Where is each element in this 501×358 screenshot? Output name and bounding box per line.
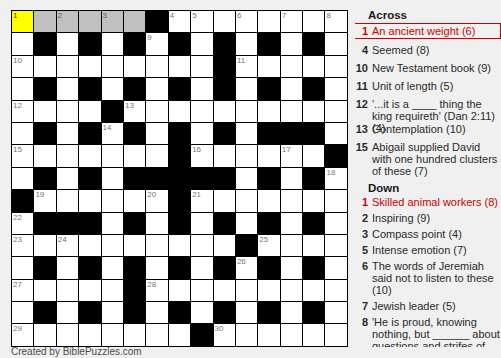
grid-cell[interactable] [124,235,145,256]
grid-cell[interactable] [325,190,346,211]
block-cell [258,168,279,189]
grid-cell[interactable] [146,101,167,122]
block-cell [34,168,55,189]
grid-cell[interactable] [325,324,346,345]
grid-cell[interactable] [214,145,235,166]
block-cell [236,235,257,256]
grid-cell[interactable] [57,123,78,144]
grid-cell[interactable] [34,56,55,77]
grid-cell[interactable] [34,280,55,301]
grid-cell[interactable] [258,56,279,77]
clue-text: An ancient weight (6) [372,25,498,37]
grid-cell[interactable] [57,190,78,211]
grid-cell[interactable] [57,324,78,345]
grid-cell[interactable] [102,190,123,211]
across-clue-10[interactable]: 10New Testament book (9) [355,62,501,74]
block-cell [169,168,190,189]
block-cell [34,302,55,323]
clue-number-label: 1 [355,25,372,37]
clue-number-label: 6 [355,260,372,272]
block-cell [124,168,145,189]
grid-cell[interactable]: 23 [12,235,33,256]
grid-cell[interactable]: 17 [281,145,302,166]
grid-cell[interactable]: 10 [12,56,33,77]
grid-cell[interactable]: 6 [236,11,257,32]
grid-cell[interactable]: 11 [236,56,257,77]
block-cell [169,123,190,144]
cell-number: 15 [13,145,22,154]
grid-cell[interactable] [12,78,33,99]
down-clue-6[interactable]: 6The words of Jeremiah said not to liste… [355,260,501,296]
grid-cell[interactable] [57,78,78,99]
grid-cell[interactable] [79,235,100,256]
grid-cell[interactable] [325,33,346,54]
grid-cell[interactable] [214,11,235,32]
grid-cell[interactable] [236,190,257,211]
grid-cell[interactable]: 24 [57,235,78,256]
block-cell [258,257,279,278]
block-cell [214,123,235,144]
cell-number: 5 [192,11,196,20]
grid-cell[interactable] [102,280,123,301]
grid-cell[interactable]: 9 [146,33,167,54]
grid-cell[interactable] [325,235,346,256]
grid-cell[interactable] [146,213,167,234]
block-cell [169,33,190,54]
grid-cell[interactable] [303,56,324,77]
grid-cell[interactable]: 22 [12,213,33,234]
cell-number: 25 [259,235,268,244]
grid-cell[interactable] [12,302,33,323]
block-cell [303,33,324,54]
grid-cell[interactable] [281,280,302,301]
grid-cell[interactable] [191,78,212,99]
grid-cell[interactable] [79,11,100,32]
block-cell [146,11,167,32]
block-cell [34,78,55,99]
grid-cell[interactable]: 4 [169,11,190,32]
cell-number: 21 [192,190,201,199]
grid-cell[interactable] [57,257,78,278]
grid-cell[interactable] [124,56,145,77]
grid-cell[interactable] [57,101,78,122]
clue-number-label: 7 [355,300,372,312]
grid-cell[interactable] [258,190,279,211]
block-cell [191,168,212,189]
block-cell [214,78,235,99]
grid-cell[interactable] [191,213,212,234]
cell-number: 23 [13,235,22,244]
block-cell [79,168,100,189]
grid-cell[interactable] [191,280,212,301]
grid-cell[interactable] [169,280,190,301]
cell-number: 6 [237,11,241,20]
block-cell [124,78,145,99]
cell-number: 12 [13,101,22,110]
block-cell [146,168,167,189]
grid-cell[interactable] [214,190,235,211]
grid-cell[interactable] [124,11,145,32]
grid-cell[interactable] [102,78,123,99]
grid-cell[interactable]: 15 [12,145,33,166]
grid-cell[interactable] [34,101,55,122]
block-cell [124,213,145,234]
grid-cell[interactable] [146,257,167,278]
block-cell [124,123,145,144]
grid-cell[interactable] [236,101,257,122]
grid-cell[interactable] [57,302,78,323]
grid-cell[interactable] [169,101,190,122]
grid-cell[interactable] [191,257,212,278]
grid-cell[interactable]: 29 [12,324,33,345]
grid-cell[interactable]: 19 [34,190,55,211]
grid-cell[interactable] [236,213,257,234]
block-cell [79,33,100,54]
block-cell [325,145,346,166]
across-clue-4[interactable]: 4Seemed (8) [355,44,501,56]
cell-number: 7 [282,11,286,20]
down-header: Down [368,183,501,194]
cell-number: 8 [326,11,330,20]
grid-cell[interactable] [146,145,167,166]
cell-number: 13 [125,101,134,110]
block-cell [34,123,55,144]
clue-number-label: 8 [355,316,372,328]
across-clue-11[interactable]: 11Unit of length (5) [355,80,501,92]
block-cell [303,213,324,234]
grid-cell[interactable] [258,324,279,345]
grid-cell[interactable] [102,302,123,323]
block-cell [169,190,190,211]
grid-cell[interactable] [169,56,190,77]
grid-cell[interactable] [102,56,123,77]
cell-number: 22 [13,213,22,222]
block-cell [258,302,279,323]
grid-cell[interactable] [325,213,346,234]
grid-cell[interactable] [12,168,33,189]
grid-cell[interactable] [258,145,279,166]
grid-cell[interactable]: 2 [57,11,78,32]
cell-number: 11 [237,56,245,65]
block-cell [79,213,100,234]
block-cell [303,168,324,189]
down-clue-8[interactable]: 8'He is proud, knowing nothing, but ____… [355,316,501,347]
block-cell [258,33,279,54]
grid-cell[interactable] [79,56,100,77]
grid-cell[interactable] [79,101,100,122]
clue-text: Jewish leader (5) [372,300,501,312]
block-cell [57,213,78,234]
grid-cell[interactable] [258,280,279,301]
across-section: Across 1An ancient weight (6)4Seemed (8)… [355,10,501,177]
grid-cell[interactable]: 5 [191,11,212,32]
grid-cell[interactable] [191,101,212,122]
cell-number: 27 [13,280,22,289]
grid-cell[interactable] [281,168,302,189]
grid-cell[interactable] [191,123,212,144]
block-cell [102,101,123,122]
block-cell [169,213,190,234]
grid-cell[interactable] [57,280,78,301]
block-cell [214,257,235,278]
grid-cell[interactable] [236,33,257,54]
cell-number: 19 [35,190,44,199]
grid-cell[interactable] [34,145,55,166]
block-cell [258,123,279,144]
cell-number: 18 [326,168,335,177]
grid-cell[interactable]: 12 [12,101,33,122]
grid-cell[interactable] [191,56,212,77]
grid-cell[interactable] [303,235,324,256]
block-cell [258,78,279,99]
grid-cell[interactable] [12,257,33,278]
block-cell [79,257,100,278]
grid-cell[interactable] [281,302,302,323]
across-clue-13[interactable]: 13Contemplation (10) [355,123,501,135]
grid-cell[interactable]: 25 [258,235,279,256]
block-cell [191,324,212,345]
clue-text: The words of Jeremiah said not to listen… [372,260,501,296]
block-cell [34,257,55,278]
grid-cell[interactable] [258,101,279,122]
grid-cell[interactable] [57,33,78,54]
grid-cell[interactable] [303,145,324,166]
grid-cell[interactable] [102,235,123,256]
grid-cell[interactable]: 28 [146,280,167,301]
grid-cell[interactable] [79,324,100,345]
down-clue-5[interactable]: 5Intense emotion (7) [355,244,501,256]
grid-cell[interactable]: 14 [102,123,123,144]
grid-cell[interactable] [57,145,78,166]
grid-cell[interactable] [236,123,257,144]
cell-number: 16 [192,145,201,154]
clue-number-label: 15 [355,141,372,153]
grid-cell[interactable] [325,101,346,122]
clue-number-label: 5 [355,244,372,256]
grid-cell[interactable] [303,324,324,345]
grid-cell[interactable] [102,33,123,54]
grid-cell[interactable]: 16 [191,145,212,166]
grid-cell[interactable] [124,145,145,166]
block-cell [124,302,145,323]
clue-text: New Testament book (9) [372,62,501,74]
block-cell [169,145,190,166]
down-clue-3[interactable]: 3Compass point (4) [355,228,501,240]
clue-text: Abigail supplied David with one hundred … [372,141,501,177]
grid-cell[interactable] [236,302,257,323]
grid-cell[interactable] [281,257,302,278]
cell-number: 9 [147,33,151,42]
grid-cell[interactable]: 30 [214,324,235,345]
grid-cell[interactable] [281,324,302,345]
clue-number-label: 12 [355,98,372,110]
grid-cell[interactable] [124,190,145,211]
grid-cell[interactable]: 27 [12,280,33,301]
down-clue-7[interactable]: 7Jewish leader (5) [355,300,501,312]
cell-number: 17 [282,145,291,154]
grid-cell[interactable] [169,235,190,256]
cell-number: 14 [103,123,112,132]
grid-cell[interactable]: 20 [146,190,167,211]
down-clue-2[interactable]: 2Inspiring (9) [355,212,501,224]
cell-number: 20 [147,190,156,199]
grid-cell[interactable] [102,257,123,278]
grid-cell[interactable]: 21 [191,190,212,211]
cell-number: 4 [170,11,174,20]
across-clue-list: 1An ancient weight (6)4Seemed (8)10New T… [355,23,501,177]
clue-number-label: 10 [355,62,372,74]
clue-text: Inspiring (9) [372,212,501,224]
grid-cell[interactable] [34,324,55,345]
clue-text: Seemed (8) [372,44,501,56]
grid-cell[interactable] [303,11,324,32]
grid-cell[interactable] [79,280,100,301]
grid-cell[interactable]: 1 [12,11,33,32]
block-cell [169,257,190,278]
grid-cell[interactable] [325,257,346,278]
block-cell [214,213,235,234]
grid-cell[interactable] [258,11,279,32]
down-section: Down 1Skilled animal workers (8)2Inspiri… [355,183,501,347]
grid-cell[interactable] [191,33,212,54]
cell-number: 24 [58,235,67,244]
grid-cell[interactable] [281,213,302,234]
grid-cell[interactable] [57,168,78,189]
block-cell [124,33,145,54]
grid-cell[interactable] [281,78,302,99]
grid-cell[interactable]: 7 [281,11,302,32]
clue-number-label: 11 [355,80,372,92]
grid-cell[interactable] [325,280,346,301]
grid-cell[interactable]: 3 [102,11,123,32]
across-clue-15[interactable]: 15Abigail supplied David with one hundre… [355,141,501,177]
grid-cell[interactable] [146,123,167,144]
block-cell [124,280,145,301]
grid-cell[interactable]: 8 [325,11,346,32]
grid-cell[interactable] [214,280,235,301]
block-cell [303,78,324,99]
across-header: Across [368,10,501,21]
grid-cell[interactable] [236,324,257,345]
grid-cell[interactable] [34,11,55,32]
grid-cell[interactable] [146,324,167,345]
grid-cell[interactable] [34,235,55,256]
crossword-grid[interactable]: 1234567891011121314151617181920212223242… [11,10,348,347]
block-cell [169,78,190,99]
block-cell [79,78,100,99]
block-cell [281,123,302,144]
grid-cell[interactable] [236,145,257,166]
clue-text: Unit of length (5) [372,80,501,92]
cell-number: 3 [103,11,107,20]
grid-cell[interactable] [102,168,123,189]
grid-cell[interactable] [214,101,235,122]
grid-cell[interactable] [146,78,167,99]
grid-cell[interactable] [281,235,302,256]
block-cell [79,123,100,144]
block-cell [303,123,324,144]
grid-cell[interactable] [214,235,235,256]
block-cell [303,257,324,278]
grid-cell[interactable] [325,302,346,323]
clue-text: Contemplation (10) [372,123,501,135]
cell-number: 29 [13,324,22,333]
clue-text: Skilled animal workers (8) [372,196,501,208]
grid-cell[interactable] [236,280,257,301]
grid-cell[interactable] [281,101,302,122]
block-cell [79,302,100,323]
grid-cell[interactable] [325,78,346,99]
grid-cell[interactable] [236,78,257,99]
cell-number: 1 [13,11,17,20]
block-cell [258,213,279,234]
grid-cell[interactable] [102,145,123,166]
grid-cell[interactable] [79,190,100,211]
grid-cell[interactable] [79,145,100,166]
grid-cell[interactable]: 26 [236,257,257,278]
down-clue-1[interactable]: 1Skilled animal workers (8) [355,196,501,208]
grid-cell[interactable] [57,56,78,77]
clue-number-label: 4 [355,44,372,56]
grid-cell[interactable]: 13 [124,101,145,122]
grid-cell[interactable] [146,235,167,256]
cell-number: 10 [13,56,22,65]
clue-number-label: 3 [355,228,372,240]
grid-cell[interactable] [102,324,123,345]
cell-number: 28 [147,280,156,289]
grid-cell[interactable] [303,280,324,301]
grid-cell[interactable] [146,302,167,323]
grid-cell[interactable] [12,33,33,54]
block-cell [169,302,190,323]
grid-cell[interactable] [236,168,257,189]
block-cell [214,168,235,189]
grid-cell[interactable] [191,302,212,323]
clue-number-label: 13 [355,123,372,135]
grid-cell[interactable] [303,101,324,122]
clue-text: 'He is proud, knowing nothing, but _____… [372,316,501,347]
grid-cell[interactable] [281,56,302,77]
block-cell [214,56,235,77]
grid-cell[interactable] [124,324,145,345]
clue-text: Intense emotion (7) [372,244,501,256]
grid-cell[interactable] [325,123,346,144]
block-cell [124,257,145,278]
grid-cell[interactable] [102,213,123,234]
grid-cell[interactable] [12,123,33,144]
grid-cell[interactable] [325,56,346,77]
clue-number-label: 1 [355,196,372,208]
grid-cell[interactable] [146,56,167,77]
block-cell [34,33,55,54]
cell-number: 2 [58,11,62,20]
grid-cell[interactable] [191,235,212,256]
grid-cell[interactable] [281,33,302,54]
grid-cell[interactable] [303,190,324,211]
across-clue-1[interactable]: 1An ancient weight (6) [355,23,501,39]
grid-cell[interactable]: 18 [325,168,346,189]
grid-cell[interactable] [281,190,302,211]
block-cell [214,302,235,323]
clue-text: Compass point (4) [372,228,501,240]
block-cell [214,33,235,54]
block-cell [34,213,55,234]
grid-cell[interactable] [169,324,190,345]
credit-text: Created by BiblePuzzles.com [11,347,142,357]
clues-panel: Across 1An ancient weight (6)4Seemed (8)… [355,10,501,347]
cell-number: 26 [237,257,246,266]
block-cell [12,190,33,211]
